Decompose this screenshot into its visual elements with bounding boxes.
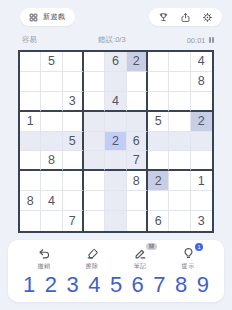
cell-r4c5[interactable] <box>105 112 126 132</box>
cell-r8c1[interactable]: 8 <box>20 191 41 211</box>
cell-r9c4[interactable] <box>84 211 105 231</box>
erase-label: 擦除 <box>86 262 99 271</box>
bulb-icon <box>181 246 196 261</box>
cell-r6c3[interactable] <box>63 151 84 171</box>
numpad-7[interactable]: 7 <box>153 272 165 298</box>
cell-r2c2[interactable] <box>41 72 62 92</box>
hint-badge: 1 <box>195 243 203 251</box>
cell-r7c3[interactable] <box>63 171 84 191</box>
cell-r3c4[interactable] <box>84 92 105 112</box>
undo-label: 撤銷 <box>38 262 51 271</box>
cell-r2c9[interactable]: 8 <box>191 72 212 92</box>
top-bar: 新遊戲 <box>0 0 232 26</box>
settings-gear-icon[interactable] <box>202 12 213 23</box>
pause-button[interactable] <box>209 37 214 43</box>
cell-r8c2[interactable]: 4 <box>41 191 62 211</box>
cell-r9c2[interactable] <box>41 211 62 231</box>
numpad-8[interactable]: 8 <box>175 272 187 298</box>
cell-r6c9[interactable] <box>191 151 212 171</box>
cell-r2c4[interactable] <box>84 72 105 92</box>
cell-r9c6[interactable] <box>127 211 148 231</box>
cell-r5c9[interactable] <box>191 132 212 152</box>
cell-r4c4[interactable] <box>84 112 105 132</box>
hint-button[interactable]: 1 提示 <box>173 246 203 271</box>
control-panel: 撤銷 擦除 關 筆記 1 <box>8 240 224 302</box>
cell-r5c4[interactable] <box>84 132 105 152</box>
cell-r2c3[interactable] <box>63 72 84 92</box>
numpad-6[interactable]: 6 <box>132 272 144 298</box>
cell-r6c8[interactable] <box>169 151 190 171</box>
cell-r1c9[interactable]: 4 <box>191 52 212 72</box>
cell-r4c8[interactable] <box>169 112 190 132</box>
cell-r7c2[interactable] <box>41 171 62 191</box>
cell-r4c6[interactable] <box>127 112 148 132</box>
numpad-1[interactable]: 1 <box>23 272 35 298</box>
new-game-button[interactable]: 新遊戲 <box>20 8 75 26</box>
cell-r7c9[interactable]: 1 <box>191 171 212 191</box>
notes-label: 筆記 <box>134 262 147 271</box>
cell-r9c9[interactable]: 3 <box>191 211 212 231</box>
cell-r5c8[interactable] <box>169 132 190 152</box>
cell-r1c1[interactable] <box>20 52 41 72</box>
cell-r9c1[interactable] <box>20 211 41 231</box>
cell-r5c2[interactable] <box>41 132 62 152</box>
toolbar: 撤銷 擦除 關 筆記 1 <box>8 246 224 271</box>
cell-r8c7[interactable] <box>148 191 169 211</box>
cell-r2c5[interactable] <box>105 72 126 92</box>
cell-r8c8[interactable] <box>169 191 190 211</box>
cell-r2c7[interactable] <box>148 72 169 92</box>
cell-r5c1[interactable] <box>20 132 41 152</box>
cell-r6c2[interactable]: 8 <box>41 151 62 171</box>
cell-r6c1[interactable] <box>20 151 41 171</box>
cell-r8c6[interactable] <box>127 191 148 211</box>
cell-r1c4[interactable] <box>84 52 105 72</box>
cell-r6c4[interactable] <box>84 151 105 171</box>
cell-r8c4[interactable] <box>84 191 105 211</box>
mistakes-label: 錯誤:0/3 <box>98 35 126 45</box>
cell-r3c3[interactable]: 3 <box>63 92 84 112</box>
cell-r3c6[interactable] <box>127 92 148 112</box>
share-icon[interactable] <box>180 12 191 23</box>
cell-r2c6[interactable] <box>127 72 148 92</box>
notes-badge: 關 <box>146 243 157 250</box>
hint-label: 提示 <box>182 262 195 271</box>
pencil-icon <box>133 246 148 261</box>
cell-r1c6[interactable]: 2 <box>127 52 148 72</box>
cell-r5c6[interactable]: 6 <box>127 132 148 152</box>
new-game-label: 新遊戲 <box>43 12 66 22</box>
cell-r3c5[interactable]: 4 <box>105 92 126 112</box>
cell-r9c7[interactable]: 6 <box>148 211 169 231</box>
cell-r8c9[interactable] <box>191 191 212 211</box>
cell-r4c3[interactable] <box>63 112 84 132</box>
cell-r1c3[interactable] <box>63 52 84 72</box>
cell-r7c4[interactable] <box>84 171 105 191</box>
timer-label: 00:01 <box>187 36 206 45</box>
cell-r4c2[interactable] <box>41 112 62 132</box>
cell-r6c6[interactable]: 7 <box>127 151 148 171</box>
cell-r1c8[interactable] <box>169 52 190 72</box>
numpad-4[interactable]: 4 <box>88 272 100 298</box>
cell-r2c8[interactable] <box>169 72 190 92</box>
number-pad: 123456789 <box>8 271 224 298</box>
cell-r4c7[interactable]: 5 <box>148 112 169 132</box>
cell-r1c5[interactable]: 6 <box>105 52 126 72</box>
status-bar: 容易 錯誤:0/3 00:01 <box>0 26 232 45</box>
trophy-icon[interactable] <box>158 12 169 23</box>
header-actions <box>149 8 222 26</box>
cell-r7c6[interactable]: 8 <box>127 171 148 191</box>
cell-r4c9[interactable]: 2 <box>191 112 212 132</box>
cell-r9c8[interactable] <box>169 211 190 231</box>
cell-r8c5[interactable] <box>105 191 126 211</box>
cell-r2c1[interactable] <box>20 72 41 92</box>
eraser-icon <box>85 246 100 261</box>
numpad-5[interactable]: 5 <box>110 272 122 298</box>
cell-r3c2[interactable] <box>41 92 62 112</box>
cell-r3c8[interactable] <box>169 92 190 112</box>
numpad-9[interactable]: 9 <box>197 272 209 298</box>
erase-button[interactable]: 擦除 <box>77 246 107 271</box>
cell-r8c3[interactable] <box>63 191 84 211</box>
numpad-2[interactable]: 2 <box>45 272 57 298</box>
cell-r6c7[interactable] <box>148 151 169 171</box>
cell-r3c7[interactable] <box>148 92 169 112</box>
cell-r7c7[interactable]: 2 <box>148 171 169 191</box>
grid-icon <box>29 13 38 22</box>
undo-icon <box>37 246 52 261</box>
cell-r9c5[interactable] <box>105 211 126 231</box>
cell-r1c7[interactable] <box>148 52 169 72</box>
cell-r7c5[interactable] <box>105 171 126 191</box>
cell-r3c1[interactable] <box>20 92 41 112</box>
cell-r7c8[interactable] <box>169 171 190 191</box>
cell-r7c1[interactable] <box>20 171 41 191</box>
sudoku-board: 56248341525268782184763 <box>18 50 214 233</box>
cell-r3c9[interactable] <box>191 92 212 112</box>
cell-r6c5[interactable] <box>105 151 126 171</box>
cell-r5c5[interactable]: 2 <box>105 132 126 152</box>
cell-r4c1[interactable]: 1 <box>20 112 41 132</box>
undo-button[interactable]: 撤銷 <box>29 246 59 271</box>
numpad-3[interactable]: 3 <box>66 272 78 298</box>
cell-r5c3[interactable]: 5 <box>63 132 84 152</box>
notes-button[interactable]: 關 筆記 <box>125 246 155 271</box>
cell-r1c2[interactable]: 5 <box>41 52 62 72</box>
cell-r9c3[interactable]: 7 <box>63 211 84 231</box>
difficulty-label: 容易 <box>22 35 37 45</box>
cell-r5c7[interactable] <box>148 132 169 152</box>
